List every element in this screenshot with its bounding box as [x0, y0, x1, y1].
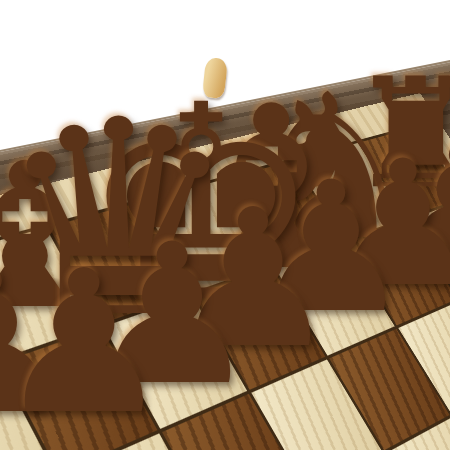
chess-set-photo: Wooden chess pieces in starting position…: [0, 0, 450, 450]
piece-pawn-c7: ♟: [0, 245, 172, 442]
pieces-layer: ♝♛♚♝♞♜♟♟♟♟♟♟♟: [0, 0, 450, 450]
